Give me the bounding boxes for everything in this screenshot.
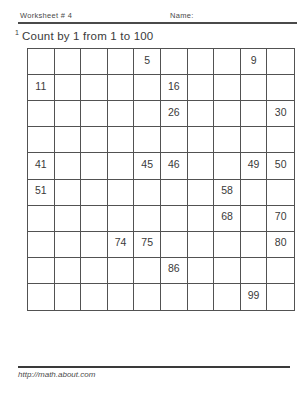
- grid-cell-given: 86: [161, 258, 188, 284]
- grid-cell-blank[interactable]: [55, 258, 82, 284]
- grid-cell-blank[interactable]: [214, 258, 241, 284]
- grid-cell-blank[interactable]: [134, 101, 161, 127]
- grid-cell-blank[interactable]: [188, 153, 215, 179]
- grid-cell-blank[interactable]: [55, 127, 82, 153]
- grid-cell-blank[interactable]: [267, 180, 294, 206]
- grid-cell-blank[interactable]: [28, 127, 55, 153]
- grid-cell-blank[interactable]: [81, 232, 108, 258]
- grid-cell-blank[interactable]: [241, 101, 268, 127]
- grid-cell-blank[interactable]: [108, 127, 135, 153]
- grid-cell-given: 70: [267, 206, 294, 232]
- page-title: 1Count by 1 from 1 to 100: [15, 29, 153, 42]
- title-superscript: 1: [15, 29, 19, 36]
- grid-cell-blank[interactable]: [134, 284, 161, 310]
- grid-cell-blank[interactable]: [134, 180, 161, 206]
- grid-cell-blank[interactable]: [161, 232, 188, 258]
- grid-cell-blank[interactable]: [28, 49, 55, 75]
- grid-cell-blank[interactable]: [81, 180, 108, 206]
- grid-cell-blank[interactable]: [241, 232, 268, 258]
- grid-cell-given: 45: [134, 153, 161, 179]
- hundred-chart-grid: 59111626304145464950515868707475808699: [27, 48, 295, 311]
- grid-cell-blank[interactable]: [55, 284, 82, 310]
- grid-cell-blank[interactable]: [161, 284, 188, 310]
- grid-cell-blank[interactable]: [108, 75, 135, 101]
- grid-cell-given: 9: [241, 49, 268, 75]
- source-url: http://math.about.com: [18, 370, 95, 379]
- header-rule: [18, 22, 297, 24]
- grid-cell-blank[interactable]: [188, 49, 215, 75]
- grid-cell-blank[interactable]: [28, 258, 55, 284]
- grid-cell-blank[interactable]: [161, 49, 188, 75]
- grid-cell-blank[interactable]: [81, 258, 108, 284]
- grid-cell-blank[interactable]: [81, 153, 108, 179]
- grid-cell-given: 99: [241, 284, 268, 310]
- grid-cell-blank[interactable]: [214, 127, 241, 153]
- grid-cell-given: 49: [241, 153, 268, 179]
- grid-cell-blank[interactable]: [108, 49, 135, 75]
- grid-cell-given: 58: [214, 180, 241, 206]
- grid-cell-blank[interactable]: [214, 49, 241, 75]
- grid-cell-blank[interactable]: [241, 258, 268, 284]
- grid-cell-blank[interactable]: [267, 49, 294, 75]
- grid-cell-given: 5: [134, 49, 161, 75]
- footer-rule: [18, 366, 290, 368]
- grid-cell-blank[interactable]: [28, 101, 55, 127]
- grid-cell-blank[interactable]: [55, 206, 82, 232]
- name-label: Name:: [170, 11, 194, 20]
- grid-cell-given: 74: [108, 232, 135, 258]
- grid-cell-blank[interactable]: [188, 180, 215, 206]
- worksheet-number-label: Worksheet # 4: [20, 11, 72, 20]
- grid-cell-blank[interactable]: [188, 284, 215, 310]
- grid-cell-blank[interactable]: [188, 75, 215, 101]
- grid-cell-blank[interactable]: [161, 180, 188, 206]
- grid-cell-blank[interactable]: [28, 284, 55, 310]
- grid-cell-blank[interactable]: [241, 127, 268, 153]
- grid-cell-blank[interactable]: [188, 101, 215, 127]
- grid-cell-blank[interactable]: [188, 258, 215, 284]
- grid-cell-given: 68: [214, 206, 241, 232]
- grid-cell-blank[interactable]: [28, 232, 55, 258]
- grid-cell-blank[interactable]: [188, 127, 215, 153]
- grid-cell-blank[interactable]: [28, 206, 55, 232]
- grid-cell-blank[interactable]: [214, 101, 241, 127]
- title-text: Count by 1 from 1 to 100: [22, 30, 153, 42]
- grid-cell-blank[interactable]: [55, 75, 82, 101]
- grid-cell-blank[interactable]: [81, 49, 108, 75]
- grid-cell-blank[interactable]: [55, 101, 82, 127]
- grid-cell-given: 26: [161, 101, 188, 127]
- grid-cell-given: 51: [28, 180, 55, 206]
- grid-cell-blank[interactable]: [108, 284, 135, 310]
- grid-cell-blank[interactable]: [134, 206, 161, 232]
- grid-cell-given: 50: [267, 153, 294, 179]
- grid-cell-blank[interactable]: [188, 206, 215, 232]
- grid-cell-blank[interactable]: [241, 180, 268, 206]
- grid-cell-given: 46: [161, 153, 188, 179]
- grid-cell-blank[interactable]: [267, 258, 294, 284]
- grid-cell-blank[interactable]: [108, 206, 135, 232]
- grid-cell-blank[interactable]: [108, 180, 135, 206]
- grid-cell-blank[interactable]: [55, 153, 82, 179]
- grid-cell-blank[interactable]: [81, 127, 108, 153]
- grid-cell-given: 30: [267, 101, 294, 127]
- grid-cell-given: 41: [28, 153, 55, 179]
- grid-cell-blank[interactable]: [188, 232, 215, 258]
- grid-cell-blank[interactable]: [108, 153, 135, 179]
- grid-cell-blank[interactable]: [161, 127, 188, 153]
- grid-cell-given: 11: [28, 75, 55, 101]
- grid-cell-blank[interactable]: [134, 258, 161, 284]
- grid-cell-blank[interactable]: [81, 101, 108, 127]
- grid-cell-blank[interactable]: [267, 127, 294, 153]
- grid-cell-given: 80: [267, 232, 294, 258]
- grid-cell-blank[interactable]: [267, 284, 294, 310]
- grid-cell-blank[interactable]: [214, 284, 241, 310]
- grid-cell-blank[interactable]: [214, 75, 241, 101]
- grid-cell-blank[interactable]: [108, 258, 135, 284]
- grid-cell-blank[interactable]: [267, 75, 294, 101]
- grid-cell-blank[interactable]: [214, 232, 241, 258]
- grid-cell-blank[interactable]: [55, 180, 82, 206]
- grid-cell-blank[interactable]: [55, 49, 82, 75]
- grid-cell-given: 75: [134, 232, 161, 258]
- grid-cell-blank[interactable]: [214, 153, 241, 179]
- grid-cell-blank[interactable]: [241, 75, 268, 101]
- grid-cell-blank[interactable]: [81, 75, 108, 101]
- grid-cell-blank[interactable]: [241, 206, 268, 232]
- grid-cell-blank[interactable]: [81, 206, 108, 232]
- worksheet-page: Worksheet # 4 Name: 1Count by 1 from 1 t…: [0, 0, 305, 395]
- grid-cell-given: 16: [161, 75, 188, 101]
- grid-cell-blank[interactable]: [134, 75, 161, 101]
- grid-cell-blank[interactable]: [161, 206, 188, 232]
- grid-cell-blank[interactable]: [55, 232, 82, 258]
- grid-cell-blank[interactable]: [81, 284, 108, 310]
- grid-cell-blank[interactable]: [108, 101, 135, 127]
- grid-cell-blank[interactable]: [134, 127, 161, 153]
